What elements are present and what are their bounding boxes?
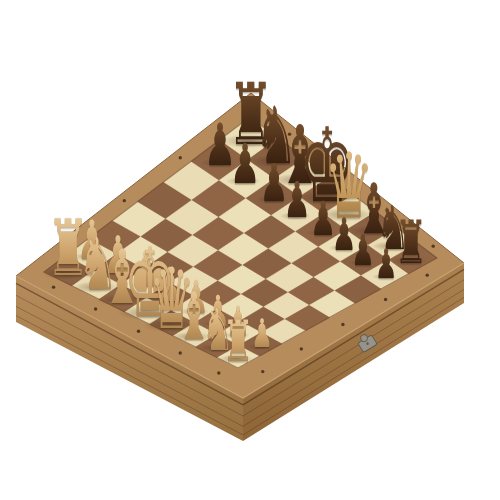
- frame-screw: [217, 371, 220, 374]
- frame-screw: [52, 285, 55, 288]
- chess-set-photo: ♜♞♝♚♛♝♞♜♟♟♟♟♟♟♟♟♜♞♝♚♛♝♞♜♟♟♟♟♟♟♟♟: [0, 0, 500, 500]
- frame-screw: [179, 156, 182, 159]
- frame-screw: [338, 171, 341, 174]
- frame-screw: [179, 351, 182, 354]
- frame-screw: [341, 323, 344, 326]
- frame-screw: [384, 298, 387, 301]
- frame-screw: [300, 347, 303, 350]
- frame-screw: [94, 307, 97, 310]
- frame-screw: [386, 209, 389, 212]
- frame-screw: [123, 199, 126, 202]
- chess-board-scene: [0, 0, 500, 500]
- frame-screw: [426, 273, 429, 276]
- frame-screw: [431, 244, 434, 247]
- frame-screw: [69, 240, 72, 243]
- frame-screw: [288, 132, 291, 135]
- frame-screw: [137, 330, 140, 333]
- frame-screw: [261, 370, 264, 373]
